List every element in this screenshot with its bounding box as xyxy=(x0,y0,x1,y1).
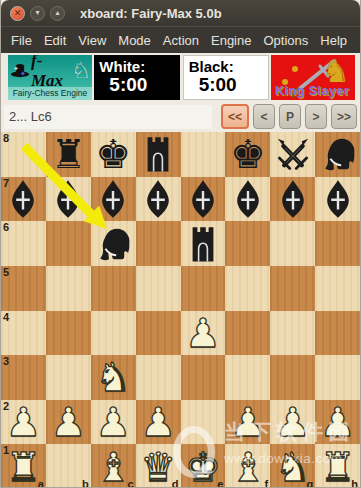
menu-item-view[interactable]: View xyxy=(72,30,112,51)
square-h1[interactable]: h♜ xyxy=(315,444,360,488)
square-h3[interactable] xyxy=(315,355,360,400)
square-e7[interactable] xyxy=(181,177,226,222)
square-g7[interactable] xyxy=(270,177,315,222)
white-queen: ♛ xyxy=(140,447,176,487)
black-warlord xyxy=(273,134,313,174)
white-clock-label: White: xyxy=(99,58,180,75)
square-c8[interactable]: ♚ xyxy=(91,132,136,177)
file-label-h: h xyxy=(351,478,358,488)
square-f1[interactable]: f♝ xyxy=(225,444,270,488)
white-pawn: ♟ xyxy=(275,402,311,442)
nav-row: 2... Lc6 <<<P>>> xyxy=(1,101,360,132)
menu-item-mode[interactable]: Mode xyxy=(112,30,157,51)
square-g4[interactable] xyxy=(270,311,315,356)
pause-button[interactable]: P xyxy=(279,104,301,129)
square-b2[interactable]: ♟ xyxy=(46,400,91,445)
square-f7[interactable] xyxy=(225,177,270,222)
black-lieutenant-elephant xyxy=(318,134,358,174)
nav-buttons: <<<P>>> xyxy=(217,104,357,129)
file-label-f: f xyxy=(265,478,269,488)
file-label-c: c xyxy=(128,478,134,488)
black-king: ♚ xyxy=(230,134,266,174)
white-bishop: ♝ xyxy=(95,447,131,487)
black-king: ♚ xyxy=(95,134,131,174)
square-b5[interactable] xyxy=(46,266,91,311)
window-controls: ✕ ▾ ▴ xyxy=(10,6,65,21)
square-d1[interactable]: d♛ xyxy=(136,444,181,488)
white-king: ♚ xyxy=(185,447,221,487)
fast-forward-button[interactable]: >> xyxy=(331,104,357,129)
rank-label-3: 3 xyxy=(3,355,9,367)
star-icon: ✦ xyxy=(20,70,26,78)
menu-item-options[interactable]: Options xyxy=(257,30,314,51)
square-g5[interactable] xyxy=(270,266,315,311)
kingslayer-logo-name: King Slayer xyxy=(275,84,349,98)
menu-item-help[interactable]: Help xyxy=(314,30,353,51)
fmax-logo-name: f-Max xyxy=(31,55,71,91)
square-a3[interactable]: 3 xyxy=(1,355,46,400)
black-hoplite-pawn xyxy=(48,179,88,219)
white-pawn: ♟ xyxy=(230,402,266,442)
black-clock-label: Black: xyxy=(189,58,268,75)
rank-label-8: 8 xyxy=(3,132,9,144)
rank-label-7: 7 xyxy=(3,177,9,189)
square-a5[interactable]: 5 xyxy=(1,266,46,311)
square-h7[interactable] xyxy=(315,177,360,222)
white-knight: ♞ xyxy=(275,447,311,487)
white-bishop: ♝ xyxy=(230,447,266,487)
square-f2[interactable]: ♟ xyxy=(225,400,270,445)
square-d6[interactable] xyxy=(136,221,181,266)
close-button[interactable]: ✕ xyxy=(10,6,25,21)
lion-icon: ♞ xyxy=(322,56,350,87)
menu-item-engine[interactable]: Engine xyxy=(205,30,257,51)
square-h8[interactable] xyxy=(315,132,360,177)
black-clock-time: 5:00 xyxy=(189,75,268,96)
square-g2[interactable]: ♟ xyxy=(270,400,315,445)
square-d4[interactable] xyxy=(136,311,181,356)
maximize-button[interactable]: ▴ xyxy=(50,6,65,21)
square-e3[interactable] xyxy=(181,355,226,400)
square-e6[interactable] xyxy=(181,221,226,266)
menu-item-action[interactable]: Action xyxy=(157,30,205,51)
move-display[interactable]: 2... Lc6 xyxy=(4,105,212,129)
file-label-a: a xyxy=(38,478,44,488)
square-c2[interactable]: ♟ xyxy=(91,400,136,445)
white-knight-icon: ♘ xyxy=(71,60,91,82)
star-icon: ✦ xyxy=(13,65,19,73)
black-hoplite-pawn xyxy=(228,179,268,219)
square-g6[interactable] xyxy=(270,221,315,266)
square-f8[interactable]: ♚ xyxy=(225,132,270,177)
square-a2[interactable]: 2♟ xyxy=(1,400,46,445)
white-clock-time: 5:00 xyxy=(99,75,180,96)
white-pawn: ♟ xyxy=(185,313,221,353)
menubar: FileEditViewModeActionEngineOptionsHelp xyxy=(1,26,360,53)
square-g8[interactable] xyxy=(270,132,315,177)
black-general: ♜ xyxy=(50,134,86,174)
square-b3[interactable] xyxy=(46,355,91,400)
xboard-window: ✕ ▾ ▴ xboard: Fairy-Max 5.0b FileEditVie… xyxy=(0,0,361,488)
rank-label-5: 5 xyxy=(3,266,9,278)
white-pawn: ♟ xyxy=(95,402,131,442)
square-c6[interactable] xyxy=(91,221,136,266)
menu-item-edit[interactable]: Edit xyxy=(38,30,72,51)
black-hoplite-pawn xyxy=(3,179,43,219)
window-title: xboard: Fairy-Max 5.0b xyxy=(80,6,222,21)
square-b6[interactable] xyxy=(46,221,91,266)
white-engine-logo: ✦ ✦ f-Max ♘ Fairy-Chess Engine xyxy=(8,55,92,100)
black-lieutenant-elephant xyxy=(93,224,133,264)
rank-label-4: 4 xyxy=(3,311,9,323)
square-d2[interactable]: ♟ xyxy=(136,400,181,445)
square-h5[interactable] xyxy=(315,266,360,311)
black-captain-tower xyxy=(138,134,178,174)
square-e2[interactable] xyxy=(181,400,226,445)
white-pawn: ♟ xyxy=(6,402,42,442)
square-g3[interactable] xyxy=(270,355,315,400)
square-a6[interactable]: 6 xyxy=(1,221,46,266)
white-pawn: ♟ xyxy=(320,402,356,442)
square-e1[interactable]: e♚ xyxy=(181,444,226,488)
square-b8[interactable]: ♜ xyxy=(46,132,91,177)
black-hoplite-pawn xyxy=(93,179,133,219)
magician-hat-icon: ✦ ✦ xyxy=(10,61,30,81)
square-a7[interactable]: 7 xyxy=(1,177,46,222)
rank-label-2: 2 xyxy=(3,400,9,412)
white-rook: ♜ xyxy=(6,447,42,487)
black-engine-logo: ♞ King Slayer xyxy=(271,55,355,100)
black-hoplite-pawn xyxy=(183,179,223,219)
chess-board: 8♜♚♚7654♟3♞2♟♟♟♟♟♟♟1a♜bc♝d♛e♚f♝g♞h♜ 当下软件… xyxy=(1,132,360,488)
square-d7[interactable] xyxy=(136,177,181,222)
square-c7[interactable] xyxy=(91,177,136,222)
black-hoplite-pawn xyxy=(273,179,313,219)
square-h2[interactable]: ♟ xyxy=(315,400,360,445)
fmax-logo-top: ✦ ✦ f-Max ♘ xyxy=(8,55,92,87)
square-c5[interactable] xyxy=(91,266,136,311)
square-h4[interactable] xyxy=(315,311,360,356)
menu-item-file[interactable]: File xyxy=(5,30,38,51)
square-c1[interactable]: c♝ xyxy=(91,444,136,488)
white-pawn: ♟ xyxy=(50,402,86,442)
square-e4[interactable]: ♟ xyxy=(181,311,226,356)
square-b7[interactable] xyxy=(46,177,91,222)
square-f4[interactable] xyxy=(225,311,270,356)
rank-label-1: 1 xyxy=(3,444,9,456)
white-knight: ♞ xyxy=(95,357,131,397)
white-pawn: ♟ xyxy=(140,402,176,442)
square-d8[interactable] xyxy=(136,132,181,177)
square-c3[interactable]: ♞ xyxy=(91,355,136,400)
square-h6[interactable] xyxy=(315,221,360,266)
square-d3[interactable] xyxy=(136,355,181,400)
file-label-g: g xyxy=(306,478,313,488)
white-clock[interactable]: White: 5:00 xyxy=(94,55,180,100)
titlebar[interactable]: ✕ ▾ ▴ xboard: Fairy-Max 5.0b xyxy=(1,0,360,26)
step-back-button[interactable]: < xyxy=(253,104,275,129)
square-b1[interactable]: b xyxy=(46,444,91,488)
square-f6[interactable] xyxy=(225,221,270,266)
square-a8[interactable]: 8 xyxy=(1,132,46,177)
clock-row: ✦ ✦ f-Max ♘ Fairy-Chess Engine White: 5:… xyxy=(1,53,360,101)
file-label-d: d xyxy=(172,478,179,488)
fmax-logo-subtitle: Fairy-Chess Engine xyxy=(8,87,92,100)
square-g1[interactable]: g♞ xyxy=(270,444,315,488)
step-forward-button[interactable]: > xyxy=(305,104,327,129)
black-hoplite-pawn xyxy=(318,179,358,219)
black-captain-tower xyxy=(183,224,223,264)
square-a4[interactable]: 4 xyxy=(1,311,46,356)
square-d5[interactable] xyxy=(136,266,181,311)
minimize-button[interactable]: ▾ xyxy=(30,6,45,21)
file-label-e: e xyxy=(217,478,223,488)
square-c4[interactable] xyxy=(91,311,136,356)
square-e5[interactable] xyxy=(181,266,226,311)
white-rook: ♜ xyxy=(320,447,356,487)
black-clock[interactable]: Black: 5:00 xyxy=(183,55,269,100)
rewind-button[interactable]: << xyxy=(221,104,249,129)
square-a1[interactable]: 1a♜ xyxy=(1,444,46,488)
square-f5[interactable] xyxy=(225,266,270,311)
file-label-b: b xyxy=(82,478,89,488)
rank-label-6: 6 xyxy=(3,221,9,233)
square-f3[interactable] xyxy=(225,355,270,400)
black-hoplite-pawn xyxy=(138,179,178,219)
square-b4[interactable] xyxy=(46,311,91,356)
square-e8[interactable] xyxy=(181,132,226,177)
